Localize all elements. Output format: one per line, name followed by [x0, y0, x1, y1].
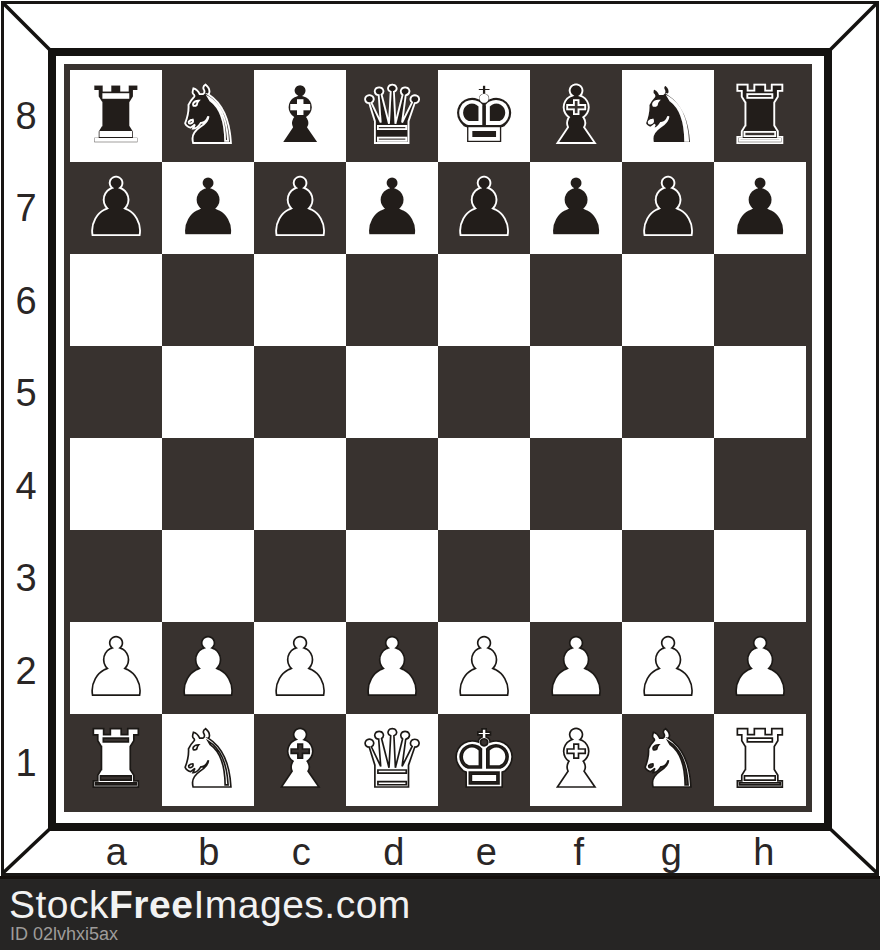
- square-b8: ♞: [162, 70, 254, 162]
- file-label-c: c: [255, 831, 348, 874]
- white-pawn-piece: ♟: [172, 622, 244, 714]
- white-pawn-piece: ♟: [632, 622, 704, 714]
- white-pawn-piece: ♟: [540, 622, 612, 714]
- file-label-g: g: [625, 831, 718, 874]
- square-c6: [254, 254, 346, 346]
- square-h2: ♟: [714, 622, 806, 714]
- square-a7: ♟: [70, 162, 162, 254]
- black-pawn-piece: ♟: [80, 162, 152, 254]
- square-f8: ♝: [530, 70, 622, 162]
- file-label-f: f: [533, 831, 626, 874]
- black-king-piece: ♚: [448, 70, 520, 162]
- square-h5: [714, 346, 806, 438]
- square-c7: ♟: [254, 162, 346, 254]
- black-pawn-piece: ♟: [356, 162, 428, 254]
- square-h3: [714, 530, 806, 622]
- square-d3: [346, 530, 438, 622]
- square-f2: ♟: [530, 622, 622, 714]
- white-pawn-piece: ♟: [80, 622, 152, 714]
- rank-label-2: 2: [5, 625, 47, 718]
- square-g3: [622, 530, 714, 622]
- black-pawn-piece: ♟: [724, 162, 796, 254]
- board-grid: ♜♞♝♛♚♝♞♜♟♟♟♟♟♟♟♟♟♟♟♟♟♟♟♟♜♞♝♛♚♝♞♜: [64, 64, 812, 812]
- square-f7: ♟: [530, 162, 622, 254]
- square-b6: [162, 254, 254, 346]
- square-d1: ♛: [346, 714, 438, 806]
- black-bishop-piece: ♝: [264, 70, 336, 162]
- white-pawn-piece: ♟: [724, 622, 796, 714]
- square-b7: ♟: [162, 162, 254, 254]
- file-labels: abcdefgh: [70, 831, 810, 873]
- white-bishop-piece: ♝: [540, 714, 612, 806]
- square-g1: ♞: [622, 714, 714, 806]
- white-pawn-piece: ♟: [356, 622, 428, 714]
- square-c2: ♟: [254, 622, 346, 714]
- file-label-h: h: [718, 831, 811, 874]
- black-pawn-piece: ♟: [448, 162, 520, 254]
- white-pawn-piece: ♟: [448, 622, 520, 714]
- square-a4: [70, 438, 162, 530]
- black-pawn-piece: ♟: [632, 162, 704, 254]
- square-f3: [530, 530, 622, 622]
- square-c1: ♝: [254, 714, 346, 806]
- square-d4: [346, 438, 438, 530]
- white-queen-piece: ♛: [356, 714, 428, 806]
- square-g6: [622, 254, 714, 346]
- rank-labels: 87654321: [5, 70, 47, 810]
- square-a6: [70, 254, 162, 346]
- square-a3: [70, 530, 162, 622]
- white-knight-piece: ♞: [172, 714, 244, 806]
- square-d8: ♛: [346, 70, 438, 162]
- watermark-brand: StockFreeImages.com: [9, 884, 411, 926]
- rank-label-7: 7: [5, 163, 47, 256]
- square-h7: ♟: [714, 162, 806, 254]
- square-g2: ♟: [622, 622, 714, 714]
- black-knight-piece: ♞: [172, 70, 244, 162]
- square-d7: ♟: [346, 162, 438, 254]
- square-e2: ♟: [438, 622, 530, 714]
- watermark-band: StockFreeImages.com ID 02lvhxi5ax: [0, 876, 880, 950]
- square-f1: ♝: [530, 714, 622, 806]
- square-e4: [438, 438, 530, 530]
- square-g7: ♟: [622, 162, 714, 254]
- black-bishop-piece: ♝: [540, 70, 612, 162]
- square-g8: ♞: [622, 70, 714, 162]
- white-pawn-piece: ♟: [264, 622, 336, 714]
- watermark-id: ID 02lvhxi5ax: [10, 924, 118, 944]
- file-label-d: d: [348, 831, 441, 874]
- square-c5: [254, 346, 346, 438]
- watermark-brand-free: Free: [109, 883, 193, 926]
- black-pawn-piece: ♟: [540, 162, 612, 254]
- square-c4: [254, 438, 346, 530]
- rank-label-6: 6: [5, 255, 47, 348]
- rank-label-3: 3: [5, 533, 47, 626]
- square-e8: ♚: [438, 70, 530, 162]
- square-c3: [254, 530, 346, 622]
- white-rook-piece: ♜: [724, 714, 796, 806]
- rank-label-5: 5: [5, 348, 47, 441]
- square-a2: ♟: [70, 622, 162, 714]
- square-e5: [438, 346, 530, 438]
- square-b3: [162, 530, 254, 622]
- chess-board: 87654321 ♜♞♝♛♚♝♞♜♟♟♟♟♟♟♟♟♟♟♟♟♟♟♟♟♜♞♝♛♚♝♞…: [0, 0, 880, 876]
- watermark-brand-rest: Images.com: [193, 883, 410, 926]
- square-d2: ♟: [346, 622, 438, 714]
- square-h6: [714, 254, 806, 346]
- rank-label-8: 8: [5, 70, 47, 163]
- square-b1: ♞: [162, 714, 254, 806]
- white-rook-piece: ♜: [80, 714, 152, 806]
- square-h1: ♜: [714, 714, 806, 806]
- square-e1: ♚: [438, 714, 530, 806]
- stock-image-page: 87654321 ♜♞♝♛♚♝♞♜♟♟♟♟♟♟♟♟♟♟♟♟♟♟♟♟♜♞♝♛♚♝♞…: [0, 0, 880, 950]
- square-b4: [162, 438, 254, 530]
- square-f5: [530, 346, 622, 438]
- square-e3: [438, 530, 530, 622]
- white-bishop-piece: ♝: [264, 714, 336, 806]
- rank-label-1: 1: [5, 718, 47, 811]
- black-pawn-piece: ♟: [264, 162, 336, 254]
- square-f6: [530, 254, 622, 346]
- square-d6: [346, 254, 438, 346]
- square-c8: ♝: [254, 70, 346, 162]
- square-h8: ♜: [714, 70, 806, 162]
- square-g5: [622, 346, 714, 438]
- black-rook-piece: ♜: [80, 70, 152, 162]
- black-knight-piece: ♞: [632, 70, 704, 162]
- square-h4: [714, 438, 806, 530]
- file-label-a: a: [70, 831, 163, 874]
- square-d5: [346, 346, 438, 438]
- white-knight-piece: ♞: [632, 714, 704, 806]
- square-b5: [162, 346, 254, 438]
- white-king-piece: ♚: [448, 714, 520, 806]
- file-label-b: b: [163, 831, 256, 874]
- square-g4: [622, 438, 714, 530]
- square-a8: ♜: [70, 70, 162, 162]
- square-a1: ♜: [70, 714, 162, 806]
- file-label-e: e: [440, 831, 533, 874]
- square-a5: [70, 346, 162, 438]
- square-e7: ♟: [438, 162, 530, 254]
- black-rook-piece: ♜: [724, 70, 796, 162]
- black-pawn-piece: ♟: [172, 162, 244, 254]
- square-f4: [530, 438, 622, 530]
- square-b2: ♟: [162, 622, 254, 714]
- square-e6: [438, 254, 530, 346]
- black-queen-piece: ♛: [356, 70, 428, 162]
- watermark-brand-stock: Stock: [9, 883, 109, 926]
- rank-label-4: 4: [5, 440, 47, 533]
